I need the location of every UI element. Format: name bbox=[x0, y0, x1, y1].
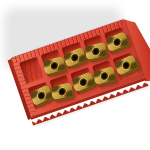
carbide-insert bbox=[105, 30, 128, 52]
pocket bbox=[83, 35, 108, 63]
pocket bbox=[104, 27, 129, 55]
pocket bbox=[113, 53, 138, 81]
carbide-insert bbox=[71, 70, 94, 92]
product-photo-background bbox=[0, 0, 150, 150]
pocket bbox=[62, 42, 87, 70]
carbide-insert bbox=[92, 65, 115, 85]
carbide-insert bbox=[29, 83, 53, 106]
pocket bbox=[40, 49, 65, 77]
pocket bbox=[49, 75, 74, 103]
carbide-insert bbox=[43, 55, 65, 74]
pocket bbox=[70, 67, 95, 95]
pocket bbox=[92, 60, 117, 88]
carbide-insert bbox=[84, 41, 106, 60]
carbide-insert bbox=[114, 53, 138, 75]
carbide-insert bbox=[51, 81, 73, 99]
carbide-insert bbox=[63, 46, 86, 67]
